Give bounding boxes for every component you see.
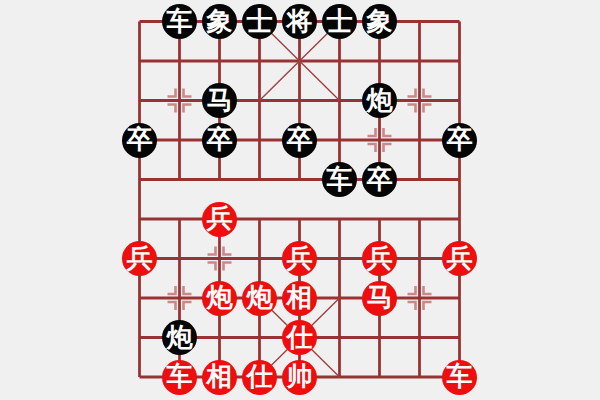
black-soldier[interactable]: 卒 [442, 123, 477, 158]
black-cannon[interactable]: 炮 [162, 320, 197, 355]
red-general[interactable]: 帅 [282, 360, 317, 395]
black-advisor[interactable]: 士 [322, 4, 357, 39]
black-elephant[interactable]: 象 [362, 4, 397, 39]
red-soldier[interactable]: 兵 [442, 241, 477, 276]
black-soldier[interactable]: 卒 [202, 123, 237, 158]
red-elephant[interactable]: 相 [282, 281, 317, 316]
black-advisor[interactable]: 士 [242, 4, 277, 39]
black-soldier[interactable]: 卒 [282, 123, 317, 158]
red-advisor[interactable]: 仕 [282, 320, 317, 355]
black-soldier[interactable]: 卒 [122, 123, 157, 158]
red-soldier[interactable]: 兵 [282, 241, 317, 276]
red-chariot[interactable]: 车 [162, 360, 197, 395]
black-chariot[interactable]: 车 [322, 162, 357, 197]
red-soldier[interactable]: 兵 [202, 202, 237, 237]
red-cannon[interactable]: 炮 [242, 281, 277, 316]
red-cannon[interactable]: 炮 [202, 281, 237, 316]
red-chariot[interactable]: 车 [442, 360, 477, 395]
red-advisor[interactable]: 仕 [242, 360, 277, 395]
red-horse[interactable]: 马 [362, 281, 397, 316]
black-horse[interactable]: 马 [202, 83, 237, 118]
black-elephant[interactable]: 象 [202, 4, 237, 39]
xiangqi-app-screen: 车象士将士象马炮卒卒卒卒车卒炮兵兵兵兵兵炮炮相马仕车相仕帅车 [0, 0, 600, 400]
red-soldier[interactable]: 兵 [122, 241, 157, 276]
red-elephant[interactable]: 相 [202, 360, 237, 395]
red-soldier[interactable]: 兵 [362, 241, 397, 276]
black-chariot[interactable]: 车 [162, 4, 197, 39]
black-soldier[interactable]: 卒 [362, 162, 397, 197]
black-cannon[interactable]: 炮 [362, 83, 397, 118]
xiangqi-board[interactable]: 车象士将士象马炮卒卒卒卒车卒炮兵兵兵兵兵炮炮相马仕车相仕帅车 [120, 2, 480, 397]
black-general[interactable]: 将 [282, 4, 317, 39]
